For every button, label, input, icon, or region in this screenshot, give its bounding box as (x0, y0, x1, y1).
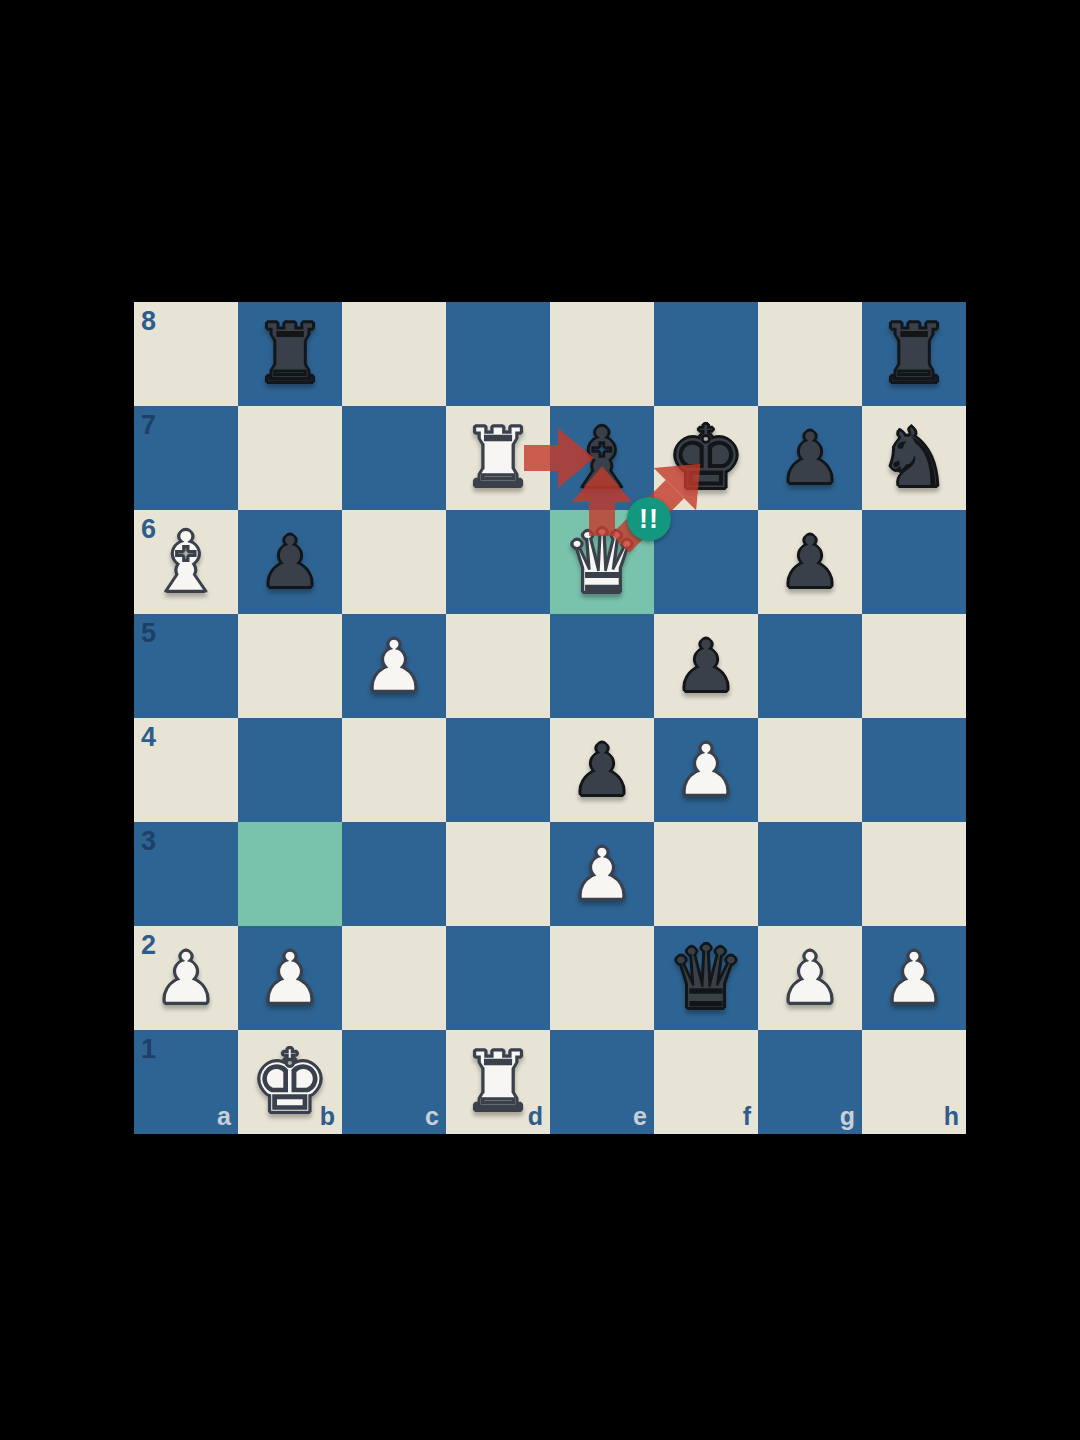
square-g7[interactable]: ♟ (758, 406, 862, 510)
square-h5[interactable] (862, 614, 966, 718)
square-a3[interactable]: 3 (134, 822, 238, 926)
black-knight[interactable]: ♞ (862, 406, 966, 510)
black-king[interactable]: ♚ (654, 406, 758, 510)
square-f4[interactable]: ♟ (654, 718, 758, 822)
rank-label-1: 1 (141, 1036, 156, 1063)
square-b3[interactable] (238, 822, 342, 926)
square-h1[interactable]: h (862, 1030, 966, 1134)
square-a1[interactable]: 1a (134, 1030, 238, 1134)
white-bishop[interactable]: ♝ (134, 510, 238, 614)
white-pawn[interactable]: ♟ (238, 926, 342, 1030)
black-rook[interactable]: ♜ (238, 302, 342, 406)
square-e2[interactable] (550, 926, 654, 1030)
square-b2[interactable]: ♟ (238, 926, 342, 1030)
brilliant-move-badge: !! (627, 497, 671, 541)
square-a8[interactable]: 8 (134, 302, 238, 406)
rank-label-7: 7 (141, 412, 156, 439)
square-e3[interactable]: ♟ (550, 822, 654, 926)
black-pawn[interactable]: ♟ (550, 718, 654, 822)
rank-label-8: 8 (141, 308, 156, 335)
square-c4[interactable] (342, 718, 446, 822)
rank-label-4: 4 (141, 724, 156, 751)
file-label-h: h (944, 1104, 959, 1129)
square-e1[interactable]: e (550, 1030, 654, 1134)
white-pawn[interactable]: ♟ (134, 926, 238, 1030)
square-f2[interactable]: ♛ (654, 926, 758, 1030)
square-h2[interactable]: ♟ (862, 926, 966, 1030)
square-g6[interactable]: ♟ (758, 510, 862, 614)
square-b5[interactable] (238, 614, 342, 718)
black-pawn[interactable]: ♟ (758, 406, 862, 510)
square-h4[interactable] (862, 718, 966, 822)
square-f1[interactable]: f (654, 1030, 758, 1134)
file-label-g: g (840, 1104, 855, 1129)
square-d6[interactable] (446, 510, 550, 614)
square-d7[interactable]: ♜ (446, 406, 550, 510)
square-g4[interactable] (758, 718, 862, 822)
square-a4[interactable]: 4 (134, 718, 238, 822)
square-h7[interactable]: ♞ (862, 406, 966, 510)
square-a2[interactable]: 2♟ (134, 926, 238, 1030)
square-a7[interactable]: 7 (134, 406, 238, 510)
white-pawn[interactable]: ♟ (862, 926, 966, 1030)
chess-board: 8♜♜7♜♝♚♟♞6♝♟♛♟5♟♟4♟♟3♟2♟♟♛♟♟1ab♚cd♜efgh!… (134, 302, 966, 1134)
square-h3[interactable] (862, 822, 966, 926)
square-g8[interactable] (758, 302, 862, 406)
white-pawn[interactable]: ♟ (342, 614, 446, 718)
square-c3[interactable] (342, 822, 446, 926)
black-queen[interactable]: ♛ (654, 926, 758, 1030)
square-g1[interactable]: g (758, 1030, 862, 1134)
square-g3[interactable] (758, 822, 862, 926)
square-f8[interactable] (654, 302, 758, 406)
square-e4[interactable]: ♟ (550, 718, 654, 822)
square-c6[interactable] (342, 510, 446, 614)
file-label-e: e (633, 1104, 647, 1129)
square-f5[interactable]: ♟ (654, 614, 758, 718)
square-c8[interactable] (342, 302, 446, 406)
square-b1[interactable]: b♚ (238, 1030, 342, 1134)
square-h8[interactable]: ♜ (862, 302, 966, 406)
square-h6[interactable] (862, 510, 966, 614)
square-c2[interactable] (342, 926, 446, 1030)
square-b6[interactable]: ♟ (238, 510, 342, 614)
square-b8[interactable]: ♜ (238, 302, 342, 406)
rank-label-3: 3 (141, 828, 156, 855)
square-c1[interactable]: c (342, 1030, 446, 1134)
square-c7[interactable] (342, 406, 446, 510)
black-pawn[interactable]: ♟ (758, 510, 862, 614)
file-label-a: a (217, 1104, 231, 1129)
square-a6[interactable]: 6♝ (134, 510, 238, 614)
square-f7[interactable]: ♚ (654, 406, 758, 510)
square-d2[interactable] (446, 926, 550, 1030)
square-d8[interactable] (446, 302, 550, 406)
rank-label-5: 5 (141, 620, 156, 647)
white-pawn[interactable]: ♟ (758, 926, 862, 1030)
square-g5[interactable] (758, 614, 862, 718)
square-f3[interactable] (654, 822, 758, 926)
black-pawn[interactable]: ♟ (238, 510, 342, 614)
file-label-c: c (425, 1104, 439, 1129)
square-e5[interactable] (550, 614, 654, 718)
white-pawn[interactable]: ♟ (654, 718, 758, 822)
file-label-f: f (743, 1104, 751, 1129)
square-d5[interactable] (446, 614, 550, 718)
white-rook[interactable]: ♜ (446, 1030, 550, 1134)
square-b4[interactable] (238, 718, 342, 822)
white-king[interactable]: ♚ (238, 1030, 342, 1134)
square-c5[interactable]: ♟ (342, 614, 446, 718)
square-g2[interactable]: ♟ (758, 926, 862, 1030)
square-e7[interactable]: ♝ (550, 406, 654, 510)
white-pawn[interactable]: ♟ (550, 822, 654, 926)
white-rook[interactable]: ♜ (446, 406, 550, 510)
square-e8[interactable] (550, 302, 654, 406)
square-d3[interactable] (446, 822, 550, 926)
black-bishop[interactable]: ♝ (550, 406, 654, 510)
black-pawn[interactable]: ♟ (654, 614, 758, 718)
video-background: 8♜♜7♜♝♚♟♞6♝♟♛♟5♟♟4♟♟3♟2♟♟♛♟♟1ab♚cd♜efgh!… (0, 0, 1080, 1440)
square-d1[interactable]: d♜ (446, 1030, 550, 1134)
black-rook[interactable]: ♜ (862, 302, 966, 406)
square-a5[interactable]: 5 (134, 614, 238, 718)
square-d4[interactable] (446, 718, 550, 822)
square-b7[interactable] (238, 406, 342, 510)
